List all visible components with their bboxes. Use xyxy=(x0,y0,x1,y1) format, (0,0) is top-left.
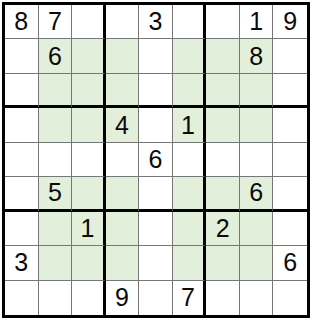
cell-r8c6-empty[interactable] xyxy=(173,246,207,280)
cell-r3c4-empty[interactable] xyxy=(106,74,140,108)
cell-r9c6-given[interactable]: 7 xyxy=(173,281,207,315)
cell-r6c9-empty[interactable] xyxy=(273,177,307,211)
cell-r4c3-empty[interactable] xyxy=(72,108,106,142)
cell-r2c6-empty[interactable] xyxy=(173,39,207,73)
cell-r6c3-empty[interactable] xyxy=(72,177,106,211)
cell-r4c4-given[interactable]: 4 xyxy=(106,108,140,142)
sudoku-page: 873196841656123697 xyxy=(0,0,312,320)
cell-r6c1-empty[interactable] xyxy=(5,177,39,211)
cell-r9c4-given[interactable]: 9 xyxy=(106,281,140,315)
cell-r6c8-given[interactable]: 6 xyxy=(240,177,274,211)
cell-r1c8-given[interactable]: 1 xyxy=(240,5,274,39)
cell-r9c1-empty[interactable] xyxy=(5,281,39,315)
cell-r2c5-empty[interactable] xyxy=(139,39,173,73)
cell-r9c3-empty[interactable] xyxy=(72,281,106,315)
cell-r5c5-given[interactable]: 6 xyxy=(139,143,173,177)
cell-r8c7-empty[interactable] xyxy=(206,246,240,280)
cell-r7c9-empty[interactable] xyxy=(273,212,307,246)
cell-r8c5-empty[interactable] xyxy=(139,246,173,280)
cell-r5c6-empty[interactable] xyxy=(173,143,207,177)
cell-r6c2-given[interactable]: 5 xyxy=(39,177,73,211)
sudoku-board: 873196841656123697 xyxy=(2,2,310,318)
cell-r9c7-empty[interactable] xyxy=(206,281,240,315)
cell-r9c5-empty[interactable] xyxy=(139,281,173,315)
cell-r5c8-empty[interactable] xyxy=(240,143,274,177)
cell-r9c9-empty[interactable] xyxy=(273,281,307,315)
cell-r2c7-empty[interactable] xyxy=(206,39,240,73)
cell-r3c8-empty[interactable] xyxy=(240,74,274,108)
cell-r1c6-empty[interactable] xyxy=(173,5,207,39)
cell-r1c1-given[interactable]: 8 xyxy=(5,5,39,39)
cell-r2c4-empty[interactable] xyxy=(106,39,140,73)
cell-r3c6-empty[interactable] xyxy=(173,74,207,108)
cell-r2c1-empty[interactable] xyxy=(5,39,39,73)
cell-r1c4-empty[interactable] xyxy=(106,5,140,39)
cell-r8c9-given[interactable]: 6 xyxy=(273,246,307,280)
cell-r2c3-empty[interactable] xyxy=(72,39,106,73)
cell-r4c9-empty[interactable] xyxy=(273,108,307,142)
cell-r5c9-empty[interactable] xyxy=(273,143,307,177)
cell-r9c2-empty[interactable] xyxy=(39,281,73,315)
cell-r7c3-given[interactable]: 1 xyxy=(72,212,106,246)
cell-r7c7-given[interactable]: 2 xyxy=(206,212,240,246)
cell-r6c4-empty[interactable] xyxy=(106,177,140,211)
cell-r6c7-empty[interactable] xyxy=(206,177,240,211)
cell-r8c8-empty[interactable] xyxy=(240,246,274,280)
cell-r3c9-empty[interactable] xyxy=(273,74,307,108)
cell-r8c2-empty[interactable] xyxy=(39,246,73,280)
cell-r1c5-given[interactable]: 3 xyxy=(139,5,173,39)
cell-r3c7-empty[interactable] xyxy=(206,74,240,108)
cell-r7c2-empty[interactable] xyxy=(39,212,73,246)
cell-r4c1-empty[interactable] xyxy=(5,108,39,142)
cell-r6c6-empty[interactable] xyxy=(173,177,207,211)
cell-r8c4-empty[interactable] xyxy=(106,246,140,280)
cell-r2c2-given[interactable]: 6 xyxy=(39,39,73,73)
cell-r7c1-empty[interactable] xyxy=(5,212,39,246)
cell-r3c3-empty[interactable] xyxy=(72,74,106,108)
cell-r3c5-empty[interactable] xyxy=(139,74,173,108)
cell-r1c7-empty[interactable] xyxy=(206,5,240,39)
cell-r1c3-empty[interactable] xyxy=(72,5,106,39)
cell-r4c6-given[interactable]: 1 xyxy=(173,108,207,142)
cell-r1c9-given[interactable]: 9 xyxy=(273,5,307,39)
cell-r6c5-empty[interactable] xyxy=(139,177,173,211)
cell-r7c8-empty[interactable] xyxy=(240,212,274,246)
cell-r4c8-empty[interactable] xyxy=(240,108,274,142)
cell-r3c1-empty[interactable] xyxy=(5,74,39,108)
cell-r8c1-given[interactable]: 3 xyxy=(5,246,39,280)
cell-r4c2-empty[interactable] xyxy=(39,108,73,142)
cell-r8c3-empty[interactable] xyxy=(72,246,106,280)
cell-r7c4-empty[interactable] xyxy=(106,212,140,246)
cell-r7c6-empty[interactable] xyxy=(173,212,207,246)
cell-r5c4-empty[interactable] xyxy=(106,143,140,177)
cell-r2c9-empty[interactable] xyxy=(273,39,307,73)
cell-r3c2-empty[interactable] xyxy=(39,74,73,108)
cell-r4c5-empty[interactable] xyxy=(139,108,173,142)
cell-r5c1-empty[interactable] xyxy=(5,143,39,177)
cell-r1c2-given[interactable]: 7 xyxy=(39,5,73,39)
cell-r9c8-empty[interactable] xyxy=(240,281,274,315)
cell-r5c3-empty[interactable] xyxy=(72,143,106,177)
cell-r5c2-empty[interactable] xyxy=(39,143,73,177)
cell-r7c5-empty[interactable] xyxy=(139,212,173,246)
cell-r2c8-given[interactable]: 8 xyxy=(240,39,274,73)
cell-r5c7-empty[interactable] xyxy=(206,143,240,177)
cell-r4c7-empty[interactable] xyxy=(206,108,240,142)
